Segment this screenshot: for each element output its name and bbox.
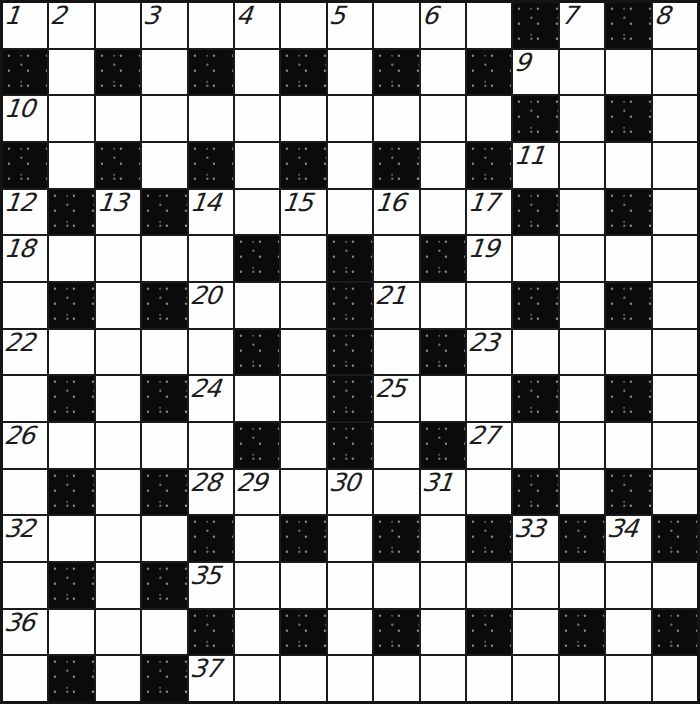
white-cell[interactable] <box>653 190 697 235</box>
white-cell[interactable] <box>606 236 650 281</box>
white-cell[interactable] <box>653 423 697 468</box>
clue-number: 33 <box>513 516 546 542</box>
white-cell[interactable] <box>235 283 279 328</box>
white-cell[interactable] <box>281 656 325 701</box>
white-cell[interactable] <box>653 143 697 188</box>
clue-number: 25 <box>374 376 407 402</box>
white-cell[interactable] <box>281 283 325 328</box>
black-cell <box>513 470 557 515</box>
black-cell <box>560 610 604 655</box>
white-cell[interactable]: 17 <box>467 190 511 235</box>
clue-number: 6 <box>420 3 438 29</box>
white-cell[interactable]: 14 <box>189 190 233 235</box>
white-cell[interactable]: 25 <box>374 376 418 421</box>
white-cell[interactable] <box>653 96 697 141</box>
black-cell <box>142 376 186 421</box>
black-cell <box>513 376 557 421</box>
white-cell[interactable]: 13 <box>96 190 140 235</box>
white-cell[interactable]: 30 <box>328 470 372 515</box>
white-cell[interactable] <box>374 423 418 468</box>
white-cell[interactable] <box>606 656 650 701</box>
black-cell <box>374 516 418 561</box>
black-cell <box>189 143 233 188</box>
white-cell[interactable] <box>560 470 604 515</box>
white-cell[interactable]: 22 <box>3 330 47 375</box>
clue-number: 34 <box>606 516 639 542</box>
black-cell <box>467 610 511 655</box>
white-cell[interactable] <box>3 470 47 515</box>
white-cell[interactable]: 2 <box>49 3 93 48</box>
clue-number: 12 <box>3 190 36 216</box>
white-cell[interactable]: 7 <box>560 3 604 48</box>
white-cell[interactable] <box>374 656 418 701</box>
white-cell[interactable] <box>3 656 47 701</box>
white-cell[interactable] <box>653 283 697 328</box>
black-cell <box>142 470 186 515</box>
white-cell[interactable] <box>421 516 465 561</box>
white-cell[interactable] <box>421 656 465 701</box>
black-cell <box>281 143 325 188</box>
white-cell[interactable] <box>560 376 604 421</box>
white-cell[interactable] <box>328 516 372 561</box>
black-cell <box>281 610 325 655</box>
clue-number: 13 <box>96 190 129 216</box>
white-cell[interactable] <box>467 3 511 48</box>
black-cell <box>328 283 372 328</box>
white-cell[interactable] <box>96 516 140 561</box>
white-cell[interactable]: 29 <box>235 470 279 515</box>
black-cell <box>49 563 93 608</box>
crossword-page: 1234567891011121314151617181920212223242… <box>0 0 700 704</box>
white-cell[interactable] <box>653 563 697 608</box>
white-cell[interactable]: 4 <box>235 3 279 48</box>
black-cell <box>328 236 372 281</box>
black-cell <box>374 143 418 188</box>
white-cell[interactable] <box>281 376 325 421</box>
white-cell[interactable]: 6 <box>421 3 465 48</box>
black-cell <box>606 376 650 421</box>
black-cell <box>235 236 279 281</box>
clue-number: 14 <box>188 190 221 216</box>
white-cell[interactable]: 11 <box>513 143 557 188</box>
white-cell[interactable]: 19 <box>467 236 511 281</box>
white-cell[interactable] <box>328 190 372 235</box>
white-cell[interactable] <box>189 330 233 375</box>
white-cell[interactable]: 27 <box>467 423 511 468</box>
white-cell[interactable] <box>96 376 140 421</box>
white-cell[interactable] <box>560 50 604 95</box>
white-cell[interactable] <box>560 283 604 328</box>
black-cell <box>189 50 233 95</box>
clue-number: 18 <box>3 236 36 262</box>
black-cell <box>513 283 557 328</box>
white-cell[interactable] <box>328 143 372 188</box>
white-cell[interactable]: 36 <box>3 610 47 655</box>
black-cell <box>467 143 511 188</box>
clue-number: 20 <box>188 283 221 309</box>
white-cell[interactable] <box>96 610 140 655</box>
white-cell[interactable] <box>467 283 511 328</box>
white-cell[interactable]: 18 <box>3 236 47 281</box>
white-cell[interactable] <box>96 283 140 328</box>
black-cell <box>235 330 279 375</box>
white-cell[interactable] <box>96 96 140 141</box>
white-cell[interactable] <box>142 143 186 188</box>
black-cell <box>142 563 186 608</box>
white-cell[interactable] <box>328 96 372 141</box>
black-cell <box>421 330 465 375</box>
clue-number: 8 <box>652 3 670 29</box>
black-cell <box>606 470 650 515</box>
white-cell[interactable]: 21 <box>374 283 418 328</box>
white-cell[interactable] <box>3 283 47 328</box>
crossword-board: 1234567891011121314151617181920212223242… <box>0 0 700 704</box>
clue-number: 9 <box>513 50 531 76</box>
white-cell[interactable] <box>421 190 465 235</box>
black-cell <box>328 376 372 421</box>
white-cell[interactable] <box>653 470 697 515</box>
clue-number: 27 <box>467 423 500 449</box>
white-cell[interactable] <box>467 376 511 421</box>
black-cell <box>189 610 233 655</box>
white-cell[interactable] <box>513 656 557 701</box>
black-cell <box>96 143 140 188</box>
white-cell[interactable] <box>281 330 325 375</box>
black-cell <box>421 423 465 468</box>
clue-number: 37 <box>188 656 221 682</box>
black-cell <box>49 470 93 515</box>
black-cell <box>374 610 418 655</box>
black-cell <box>606 190 650 235</box>
white-cell[interactable] <box>560 423 604 468</box>
white-cell[interactable] <box>328 610 372 655</box>
white-cell[interactable] <box>513 423 557 468</box>
black-cell <box>328 423 372 468</box>
white-cell[interactable] <box>513 610 557 655</box>
white-cell[interactable] <box>560 563 604 608</box>
white-cell[interactable] <box>421 376 465 421</box>
white-cell[interactable] <box>96 3 140 48</box>
white-cell[interactable] <box>142 50 186 95</box>
black-cell <box>142 190 186 235</box>
white-cell[interactable] <box>281 236 325 281</box>
clue-number: 23 <box>467 330 500 356</box>
white-cell[interactable] <box>281 563 325 608</box>
white-cell[interactable] <box>189 96 233 141</box>
clue-number: 24 <box>188 376 221 402</box>
white-cell[interactable]: 23 <box>467 330 511 375</box>
white-cell[interactable] <box>560 236 604 281</box>
white-cell[interactable] <box>235 376 279 421</box>
white-cell[interactable] <box>3 563 47 608</box>
black-cell <box>653 610 697 655</box>
clue-number: 30 <box>328 470 361 496</box>
clue-number: 32 <box>3 516 36 542</box>
black-cell <box>281 50 325 95</box>
white-cell[interactable] <box>513 236 557 281</box>
white-cell[interactable] <box>560 143 604 188</box>
black-cell <box>49 656 93 701</box>
clue-number: 11 <box>513 143 546 169</box>
white-cell[interactable]: 31 <box>421 470 465 515</box>
white-cell[interactable]: 26 <box>3 423 47 468</box>
white-cell[interactable] <box>374 3 418 48</box>
black-cell <box>3 50 47 95</box>
white-cell[interactable] <box>49 236 93 281</box>
clue-number: 22 <box>3 330 36 356</box>
white-cell[interactable] <box>96 656 140 701</box>
clue-number: 21 <box>374 283 407 309</box>
clue-number: 29 <box>235 470 268 496</box>
clue-number: 5 <box>328 3 346 29</box>
white-cell[interactable] <box>421 50 465 95</box>
white-cell[interactable] <box>328 563 372 608</box>
white-cell[interactable] <box>235 143 279 188</box>
white-cell[interactable] <box>606 423 650 468</box>
white-cell[interactable] <box>96 423 140 468</box>
white-cell[interactable] <box>328 656 372 701</box>
white-cell[interactable]: 35 <box>189 563 233 608</box>
white-cell[interactable] <box>235 656 279 701</box>
clue-number: 17 <box>467 190 500 216</box>
black-cell <box>235 423 279 468</box>
white-cell[interactable] <box>142 96 186 141</box>
white-cell[interactable]: 37 <box>189 656 233 701</box>
black-cell <box>560 516 604 561</box>
white-cell[interactable] <box>467 656 511 701</box>
white-cell[interactable] <box>467 96 511 141</box>
white-cell[interactable] <box>281 3 325 48</box>
black-cell <box>49 190 93 235</box>
white-cell[interactable] <box>235 610 279 655</box>
white-cell[interactable]: 8 <box>653 3 697 48</box>
white-cell[interactable] <box>560 330 604 375</box>
white-cell[interactable] <box>374 96 418 141</box>
white-cell[interactable]: 20 <box>189 283 233 328</box>
clue-number: 19 <box>467 236 500 262</box>
clue-number: 35 <box>188 563 221 589</box>
white-cell[interactable] <box>513 563 557 608</box>
black-cell <box>421 236 465 281</box>
black-cell <box>96 50 140 95</box>
white-cell[interactable]: 12 <box>3 190 47 235</box>
black-cell <box>467 516 511 561</box>
white-cell[interactable] <box>560 656 604 701</box>
black-cell <box>281 516 325 561</box>
white-cell[interactable] <box>421 610 465 655</box>
white-cell[interactable] <box>281 423 325 468</box>
white-cell[interactable] <box>560 96 604 141</box>
white-cell[interactable] <box>606 330 650 375</box>
white-cell[interactable]: 15 <box>281 190 325 235</box>
white-cell[interactable] <box>374 470 418 515</box>
black-cell <box>3 143 47 188</box>
white-cell[interactable] <box>467 563 511 608</box>
clue-number: 16 <box>374 190 407 216</box>
black-cell <box>606 283 650 328</box>
white-cell[interactable] <box>606 50 650 95</box>
white-cell[interactable] <box>235 50 279 95</box>
black-cell <box>606 96 650 141</box>
white-cell[interactable] <box>96 563 140 608</box>
white-cell[interactable] <box>653 330 697 375</box>
white-cell[interactable] <box>421 143 465 188</box>
black-cell <box>49 283 93 328</box>
white-cell[interactable] <box>189 3 233 48</box>
white-cell[interactable] <box>142 423 186 468</box>
black-cell <box>142 656 186 701</box>
clue-number: 7 <box>560 3 578 29</box>
black-cell <box>513 96 557 141</box>
white-cell[interactable] <box>421 283 465 328</box>
black-cell <box>189 516 233 561</box>
white-cell[interactable] <box>189 236 233 281</box>
black-cell <box>513 190 557 235</box>
white-cell[interactable] <box>49 50 93 95</box>
white-cell[interactable] <box>3 376 47 421</box>
white-cell[interactable] <box>49 330 93 375</box>
clue-number: 31 <box>420 470 453 496</box>
white-cell[interactable] <box>96 470 140 515</box>
white-cell[interactable] <box>142 516 186 561</box>
white-cell[interactable] <box>96 330 140 375</box>
clue-number: 10 <box>3 96 36 122</box>
white-cell[interactable] <box>235 96 279 141</box>
white-cell[interactable] <box>189 423 233 468</box>
white-cell[interactable]: 5 <box>328 3 372 48</box>
clue-number: 2 <box>49 3 67 29</box>
white-cell[interactable] <box>142 236 186 281</box>
white-cell[interactable] <box>281 470 325 515</box>
white-cell[interactable]: 34 <box>606 516 650 561</box>
white-cell[interactable] <box>49 143 93 188</box>
white-cell[interactable]: 28 <box>189 470 233 515</box>
white-cell[interactable] <box>142 610 186 655</box>
white-cell[interactable] <box>606 563 650 608</box>
white-cell[interactable] <box>235 563 279 608</box>
white-cell[interactable] <box>653 50 697 95</box>
clue-number: 15 <box>281 190 314 216</box>
white-cell[interactable]: 32 <box>3 516 47 561</box>
white-cell[interactable]: 9 <box>513 50 557 95</box>
white-cell[interactable]: 10 <box>3 96 47 141</box>
white-cell[interactable] <box>421 96 465 141</box>
white-cell[interactable]: 16 <box>374 190 418 235</box>
white-cell[interactable] <box>374 330 418 375</box>
black-cell <box>653 516 697 561</box>
white-cell[interactable] <box>606 143 650 188</box>
white-cell[interactable] <box>49 96 93 141</box>
white-cell[interactable] <box>235 516 279 561</box>
white-cell[interactable] <box>653 236 697 281</box>
white-cell[interactable] <box>49 423 93 468</box>
clue-number: 3 <box>142 3 160 29</box>
white-cell[interactable] <box>606 610 650 655</box>
white-cell[interactable]: 1 <box>3 3 47 48</box>
white-cell[interactable] <box>374 236 418 281</box>
clue-number: 36 <box>3 610 36 636</box>
black-cell <box>606 3 650 48</box>
white-cell[interactable] <box>49 610 93 655</box>
clue-number: 4 <box>235 3 253 29</box>
white-cell[interactable] <box>374 563 418 608</box>
black-cell <box>142 283 186 328</box>
clue-number: 1 <box>3 3 21 29</box>
white-cell[interactable] <box>281 96 325 141</box>
white-cell[interactable] <box>421 563 465 608</box>
white-cell[interactable] <box>328 50 372 95</box>
white-cell[interactable] <box>235 190 279 235</box>
white-cell[interactable] <box>96 236 140 281</box>
clue-number: 28 <box>188 470 221 496</box>
white-cell[interactable]: 24 <box>189 376 233 421</box>
white-cell[interactable] <box>49 516 93 561</box>
white-cell[interactable] <box>653 376 697 421</box>
white-cell[interactable]: 3 <box>142 3 186 48</box>
white-cell[interactable] <box>560 190 604 235</box>
white-cell[interactable]: 33 <box>513 516 557 561</box>
black-cell <box>374 50 418 95</box>
black-cell <box>467 50 511 95</box>
clue-number: 26 <box>3 423 36 449</box>
black-cell <box>513 3 557 48</box>
white-cell[interactable] <box>467 470 511 515</box>
white-cell[interactable] <box>142 330 186 375</box>
white-cell[interactable] <box>653 656 697 701</box>
black-cell <box>328 330 372 375</box>
white-cell[interactable] <box>513 330 557 375</box>
black-cell <box>49 376 93 421</box>
